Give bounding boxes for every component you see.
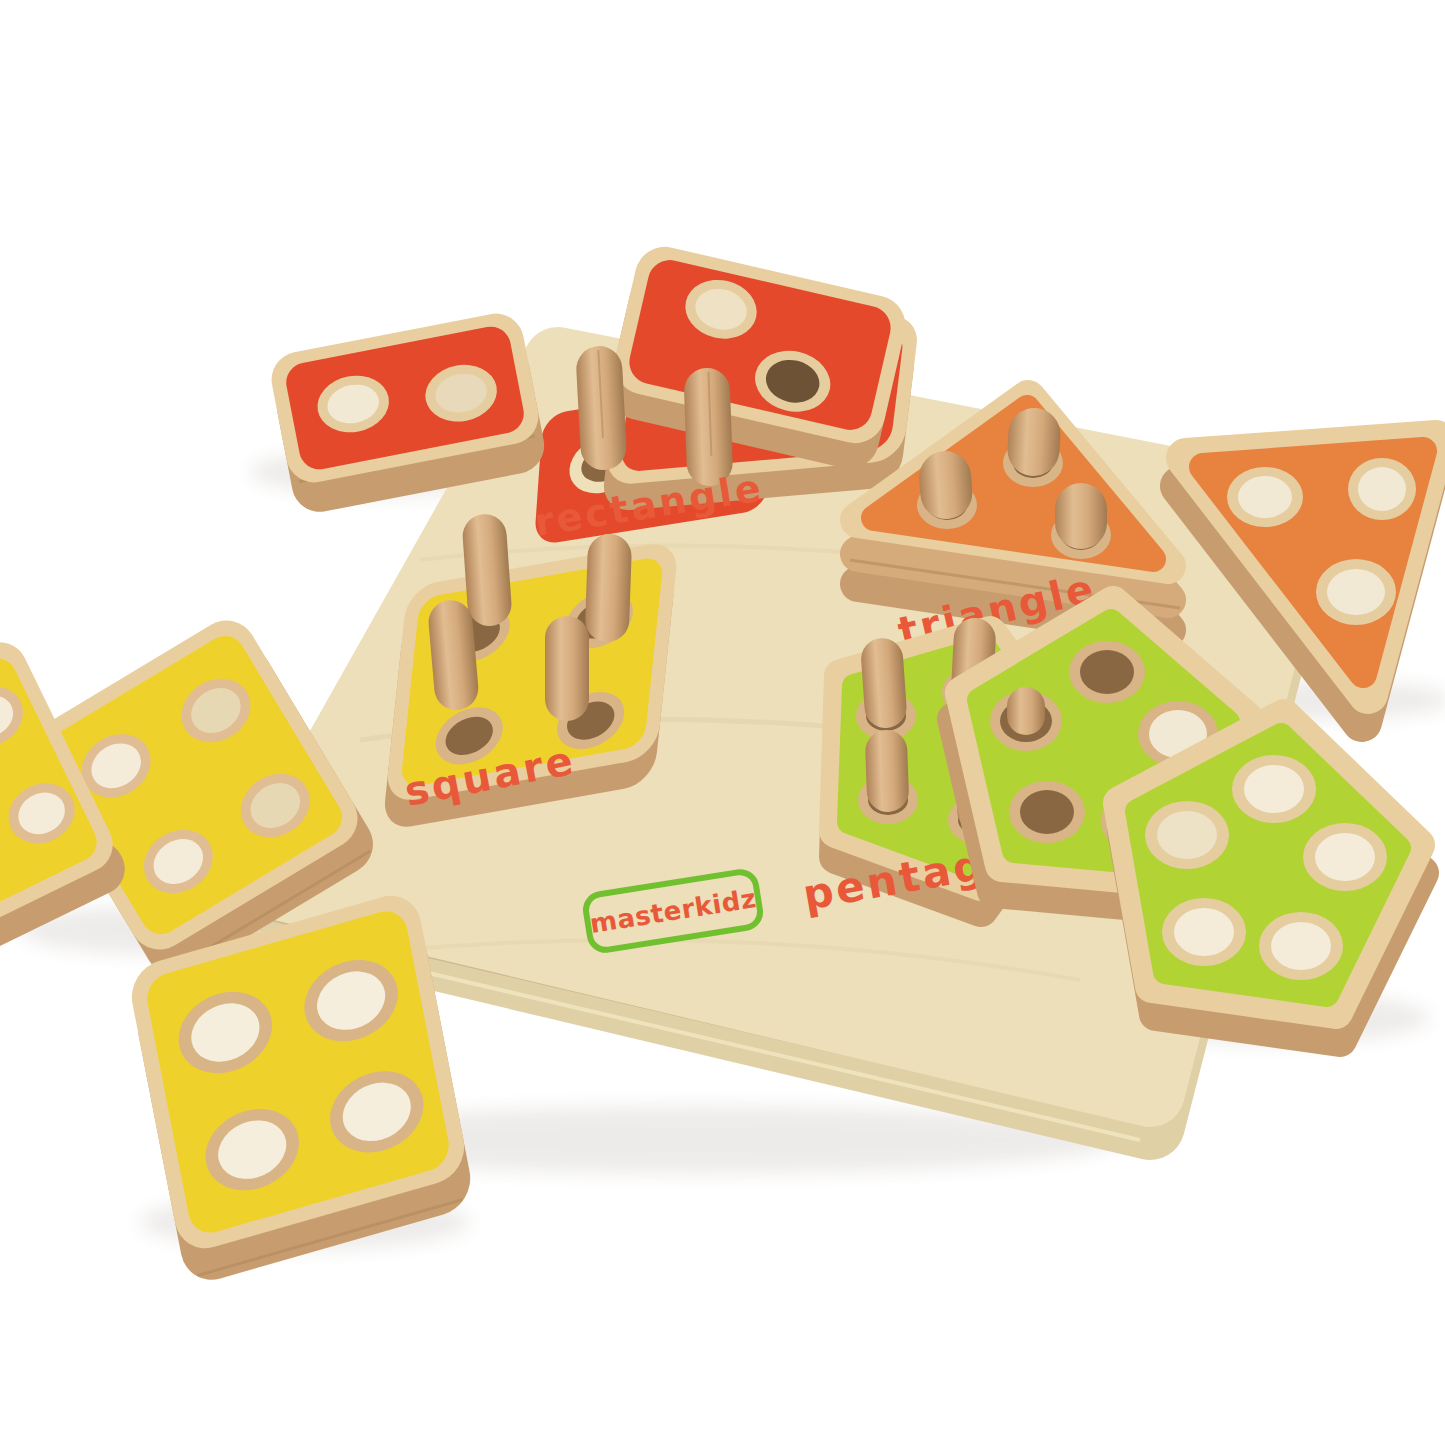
flat-pentagon-right [1120,716,1422,1040]
product-photo-stage: rectangle square [0,0,1445,1445]
shape-sorter-scene: rectangle square [0,0,1445,1445]
